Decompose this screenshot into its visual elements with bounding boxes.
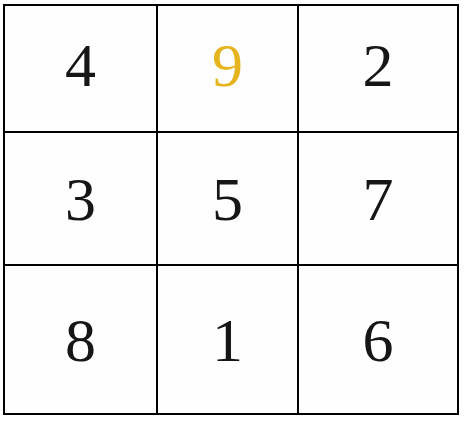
cell-value: 7 bbox=[363, 168, 394, 230]
cell-value: 6 bbox=[363, 309, 394, 371]
cell-r2c2: 5 bbox=[158, 133, 299, 266]
cell-value: 2 bbox=[363, 34, 394, 96]
cell-value-highlighted: 9 bbox=[212, 34, 243, 96]
cell-r2c1: 3 bbox=[5, 133, 158, 266]
cell-r2c3: 7 bbox=[299, 133, 457, 266]
cell-r1c3: 2 bbox=[299, 6, 457, 133]
cell-value: 8 bbox=[65, 309, 96, 371]
cell-value: 4 bbox=[65, 34, 96, 96]
cell-r1c1: 4 bbox=[5, 6, 158, 133]
cell-r3c3: 6 bbox=[299, 266, 457, 413]
magic-square-board: 4 9 2 3 5 7 8 1 6 bbox=[3, 4, 459, 415]
cell-value: 1 bbox=[212, 309, 243, 371]
cell-r1c2: 9 bbox=[158, 6, 299, 133]
cell-r3c1: 8 bbox=[5, 266, 158, 413]
cell-r3c2: 1 bbox=[158, 266, 299, 413]
cell-value: 3 bbox=[65, 168, 96, 230]
cell-value: 5 bbox=[212, 168, 243, 230]
